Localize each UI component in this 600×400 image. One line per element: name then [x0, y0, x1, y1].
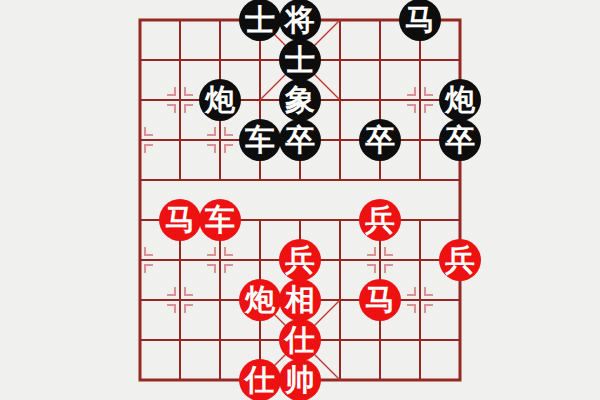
black-soldier[interactable]: 卒	[439, 119, 481, 161]
black-soldier[interactable]: 卒	[279, 119, 321, 161]
red-horse[interactable]: 马	[359, 279, 401, 321]
xiangqi-screenshot: 士将马士炮象炮车卒卒卒马车兵兵兵炮相马仕仕帅	[0, 0, 600, 400]
black-horse[interactable]: 马	[399, 0, 441, 41]
black-general[interactable]: 将	[279, 0, 321, 41]
red-cannon[interactable]: 炮	[239, 279, 281, 321]
red-chariot[interactable]: 车	[199, 199, 241, 241]
black-soldier[interactable]: 卒	[359, 119, 401, 161]
black-elephant[interactable]: 象	[279, 79, 321, 121]
red-soldier[interactable]: 兵	[279, 239, 321, 281]
black-advisor[interactable]: 士	[239, 0, 281, 41]
red-advisor[interactable]: 仕	[239, 359, 281, 400]
red-soldier[interactable]: 兵	[439, 239, 481, 281]
red-soldier[interactable]: 兵	[359, 199, 401, 241]
black-cannon[interactable]: 炮	[439, 79, 481, 121]
red-general[interactable]: 帅	[279, 359, 321, 400]
red-elephant[interactable]: 相	[279, 279, 321, 321]
black-advisor[interactable]: 士	[279, 39, 321, 81]
red-horse[interactable]: 马	[159, 199, 201, 241]
black-cannon[interactable]: 炮	[199, 79, 241, 121]
black-chariot[interactable]: 车	[239, 119, 281, 161]
red-advisor[interactable]: 仕	[279, 319, 321, 361]
